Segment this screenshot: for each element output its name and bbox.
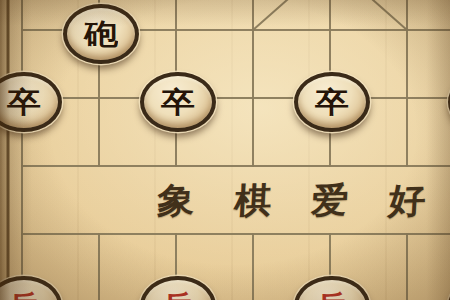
piece-black-soldier[interactable]: 卒 — [0, 72, 62, 132]
piece-red-soldier[interactable]: 兵 — [0, 276, 62, 300]
piece-layer: 車馬象士將士象馬車砲砲卒卒卒卒卒兵兵兵兵兵炮炮車馬相仕帥仕相馬車 — [0, 0, 450, 300]
piece-glyph: 砲 — [84, 20, 118, 49]
piece-glyph: 卒 — [315, 88, 349, 117]
xiangqi-board: 象棋爱好 車馬象士將士象馬車砲砲卒卒卒卒卒兵兵兵兵兵炮炮車馬相仕帥仕相馬車 — [0, 0, 450, 300]
piece-black-cannon[interactable]: 砲 — [63, 4, 139, 64]
piece-glyph: 兵 — [161, 292, 195, 300]
piece-red-soldier[interactable]: 兵 — [140, 276, 216, 300]
piece-black-soldier[interactable]: 卒 — [140, 72, 216, 132]
piece-black-soldier[interactable]: 卒 — [294, 72, 370, 132]
piece-glyph: 卒 — [7, 88, 41, 117]
piece-glyph: 兵 — [315, 292, 349, 300]
piece-glyph: 兵 — [7, 292, 41, 300]
piece-red-soldier[interactable]: 兵 — [294, 276, 370, 300]
piece-glyph: 卒 — [161, 88, 195, 117]
